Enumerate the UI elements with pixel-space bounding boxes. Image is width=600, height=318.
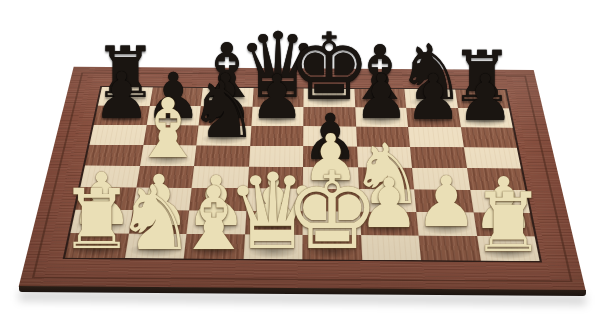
square-b3[interactable] <box>132 187 191 210</box>
square-h8[interactable] <box>455 90 509 109</box>
square-g1[interactable] <box>419 236 481 261</box>
square-b5[interactable] <box>140 145 197 166</box>
square-f2[interactable] <box>359 212 418 236</box>
square-a7[interactable] <box>94 106 150 126</box>
squares-grid <box>63 86 542 262</box>
square-d8[interactable] <box>252 88 303 107</box>
square-g4[interactable] <box>412 168 470 190</box>
square-g6[interactable] <box>408 127 463 147</box>
square-b4[interactable] <box>136 166 194 188</box>
square-c1[interactable] <box>184 234 245 259</box>
square-f6[interactable] <box>356 127 410 147</box>
square-h5[interactable] <box>463 147 521 168</box>
square-f3[interactable] <box>358 189 416 212</box>
square-a3[interactable] <box>75 187 135 210</box>
chessboard-photo-scene: ♜♝♛♚♝♞♜♟♟♟♟♟♟♟♞♝♟♟♞♟♟♟♟♟♟♟♜♞♝♛♚♜ <box>0 0 600 318</box>
square-a5[interactable] <box>85 145 143 166</box>
square-a2[interactable] <box>70 210 132 234</box>
square-c2[interactable] <box>186 210 245 234</box>
square-c7[interactable] <box>199 106 253 126</box>
square-c4[interactable] <box>192 166 249 188</box>
square-a8[interactable] <box>98 87 152 106</box>
board-perspective-wrapper <box>19 67 586 291</box>
board-drop-shadow <box>19 291 586 305</box>
square-d5[interactable] <box>249 146 304 167</box>
square-a1[interactable] <box>65 233 128 258</box>
square-c3[interactable] <box>189 188 247 211</box>
square-f1[interactable] <box>361 235 421 260</box>
square-e7[interactable] <box>303 107 355 127</box>
square-h6[interactable] <box>460 127 516 147</box>
square-c8[interactable] <box>201 88 253 107</box>
chess-board <box>19 67 586 291</box>
square-f7[interactable] <box>355 107 408 127</box>
square-h4[interactable] <box>466 168 525 190</box>
square-f8[interactable] <box>354 89 406 108</box>
square-e3[interactable] <box>303 189 360 212</box>
square-h3[interactable] <box>470 190 530 213</box>
square-e5[interactable] <box>303 146 357 167</box>
square-c6[interactable] <box>196 125 251 145</box>
square-h2[interactable] <box>473 212 535 236</box>
square-g2[interactable] <box>416 212 476 236</box>
square-b2[interactable] <box>128 210 189 234</box>
square-e4[interactable] <box>303 167 359 189</box>
square-d6[interactable] <box>250 126 304 146</box>
square-a4[interactable] <box>80 165 139 187</box>
square-d1[interactable] <box>243 234 302 259</box>
square-g7[interactable] <box>406 108 460 128</box>
square-a6[interactable] <box>89 125 146 145</box>
square-b7[interactable] <box>146 106 201 126</box>
square-c5[interactable] <box>194 145 250 166</box>
square-d3[interactable] <box>246 188 303 211</box>
square-b8[interactable] <box>149 87 202 106</box>
square-g8[interactable] <box>404 89 457 108</box>
square-g3[interactable] <box>414 189 473 212</box>
square-e6[interactable] <box>303 126 356 146</box>
square-d2[interactable] <box>244 211 302 235</box>
square-h7[interactable] <box>458 108 513 128</box>
square-f4[interactable] <box>357 167 414 189</box>
square-b6[interactable] <box>143 125 199 145</box>
square-b1[interactable] <box>124 234 186 259</box>
square-h1[interactable] <box>477 236 540 261</box>
square-f5[interactable] <box>357 147 412 168</box>
square-e1[interactable] <box>302 235 361 260</box>
square-e8[interactable] <box>303 88 354 107</box>
square-d4[interactable] <box>247 167 303 189</box>
square-e2[interactable] <box>303 211 361 235</box>
square-d7[interactable] <box>251 107 304 127</box>
square-g5[interactable] <box>410 147 467 168</box>
